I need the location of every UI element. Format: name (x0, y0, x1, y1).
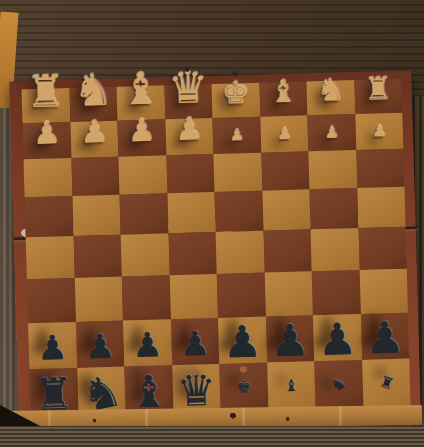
square-r3c6[interactable] (309, 188, 358, 229)
finial-dot (232, 71, 237, 76)
square-r4c3[interactable] (168, 232, 217, 275)
square-r6c3[interactable]: ♟ (171, 318, 220, 365)
square-r5c1[interactable] (74, 277, 123, 322)
square-r0c6[interactable]: ♞ (306, 80, 354, 115)
table-wood-bottom (0, 426, 424, 447)
white-knight-piece[interactable]: ♞ (69, 73, 117, 108)
white-rook-piece[interactable]: ♜ (21, 74, 69, 109)
finial-dot (240, 366, 247, 372)
white-pawn-piece[interactable]: ♟ (260, 115, 308, 152)
white-pawn-piece[interactable]: ♟ (165, 110, 213, 147)
square-r3c2[interactable] (120, 193, 169, 234)
square-r2c5[interactable] (261, 151, 310, 190)
black-pawn-piece[interactable]: ♟ (218, 319, 267, 366)
square-r5c4[interactable] (217, 273, 266, 318)
scene-photo: ♜♞♝♛♚♝♞♜♟♟♟♟♟♟♟♟♟♟♟♟♟♟♟♟♜♞♝♛♚♝♞♜ (0, 0, 424, 447)
square-r3c0[interactable] (25, 196, 74, 237)
black-pawn-piece[interactable]: ♟ (171, 320, 220, 367)
square-r5c7[interactable] (359, 269, 408, 314)
square-r3c1[interactable] (72, 195, 121, 236)
square-r4c7[interactable] (358, 227, 407, 270)
white-rook-piece[interactable]: ♜ (354, 71, 402, 106)
square-r6c2[interactable]: ♟ (123, 319, 172, 366)
black-pawn-piece[interactable]: ♟ (28, 324, 77, 371)
square-r7c7[interactable]: ♜ (362, 359, 411, 408)
square-r1c1[interactable]: ♟ (70, 121, 118, 158)
square-r5c3[interactable] (169, 274, 218, 319)
square-r2c2[interactable] (118, 155, 167, 194)
white-bishop-piece[interactable]: ♝ (259, 73, 307, 108)
square-r5c6[interactable] (312, 270, 361, 315)
square-r2c4[interactable] (213, 153, 262, 192)
square-r1c0[interactable]: ♟ (22, 122, 70, 159)
square-r2c3[interactable] (166, 154, 215, 193)
black-pawn-piece[interactable]: ♟ (123, 321, 172, 368)
square-r1c2[interactable]: ♟ (117, 119, 165, 156)
square-r3c3[interactable] (167, 192, 216, 233)
square-r7c5[interactable]: ♝ (267, 361, 316, 410)
black-king-piece[interactable]: ♚ (219, 363, 268, 412)
chess-box: ♜♞♝♛♚♝♞♜♟♟♟♟♟♟♟♟♟♟♟♟♟♟♟♟♜♞♝♛♚♝♞♜ (9, 70, 420, 423)
square-r4c5[interactable] (263, 229, 312, 272)
white-pawn-piece[interactable]: ♟ (212, 117, 260, 154)
square-r6c4[interactable]: ♟ (218, 317, 267, 364)
square-r7c6[interactable]: ♞ (314, 360, 363, 409)
square-r6c6[interactable]: ♟ (313, 314, 362, 361)
square-r4c0[interactable] (26, 236, 75, 279)
square-r1c3[interactable]: ♟ (165, 118, 213, 155)
square-r3c7[interactable] (357, 187, 406, 228)
white-pawn-piece[interactable]: ♟ (117, 111, 165, 148)
square-r0c5[interactable]: ♝ (259, 81, 307, 116)
square-r4c1[interactable] (73, 235, 122, 278)
black-pawn-piece[interactable]: ♟ (76, 323, 125, 370)
square-r0c4[interactable]: ♚ (211, 83, 259, 118)
black-pawn-piece[interactable]: ♟ (360, 315, 409, 362)
square-r7c4[interactable]: ♚ (219, 363, 268, 412)
square-r1c5[interactable]: ♟ (260, 115, 308, 152)
finial-dot (185, 67, 190, 72)
square-r2c6[interactable] (308, 150, 357, 189)
square-r6c0[interactable]: ♟ (28, 322, 77, 369)
square-r0c7[interactable]: ♜ (354, 79, 402, 114)
square-r7c2[interactable]: ♝ (124, 365, 173, 414)
square-r4c2[interactable] (121, 233, 170, 276)
square-r1c7[interactable]: ♟ (355, 113, 403, 150)
white-pawn-piece[interactable]: ♟ (22, 114, 70, 151)
white-bishop-piece[interactable]: ♝ (116, 71, 164, 106)
square-r7c3[interactable]: ♛ (172, 364, 221, 413)
white-pawn-piece[interactable]: ♟ (70, 113, 118, 150)
square-r4c4[interactable] (216, 231, 265, 274)
square-r3c4[interactable] (214, 191, 263, 232)
black-bishop-piece[interactable]: ♝ (267, 361, 316, 410)
square-r2c1[interactable] (71, 157, 120, 196)
square-r5c5[interactable] (264, 271, 313, 316)
square-r2c0[interactable] (23, 158, 72, 197)
white-pawn-piece[interactable]: ♟ (307, 114, 355, 151)
square-r1c4[interactable]: ♟ (212, 117, 260, 154)
square-r6c7[interactable]: ♟ (360, 313, 409, 360)
square-r5c2[interactable] (122, 275, 171, 320)
square-r1c6[interactable]: ♟ (307, 114, 355, 151)
square-r5c0[interactable] (27, 278, 76, 323)
black-pawn-piece[interactable]: ♟ (266, 317, 315, 364)
white-king-piece[interactable]: ♚ (211, 75, 259, 110)
white-queen-piece[interactable]: ♛ (164, 70, 212, 105)
white-pawn-piece[interactable]: ♟ (355, 113, 403, 150)
finial-dot (192, 369, 199, 375)
white-knight-piece[interactable]: ♞ (306, 72, 354, 107)
board-grid: ♜♞♝♛♚♝♞♜♟♟♟♟♟♟♟♟♟♟♟♟♟♟♟♟♜♞♝♛♚♝♞♜ (22, 79, 411, 417)
square-r4c6[interactable] (311, 228, 360, 271)
square-r2c7[interactable] (356, 149, 405, 188)
square-r6c5[interactable]: ♟ (265, 315, 314, 362)
square-r6c1[interactable]: ♟ (76, 321, 125, 368)
square-r3c5[interactable] (262, 189, 311, 230)
